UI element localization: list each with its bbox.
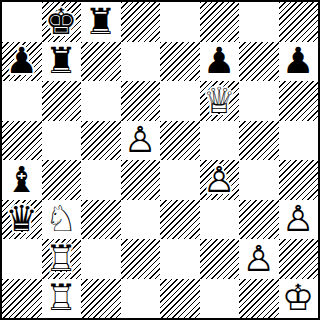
black-rook-icon: ♜ <box>42 42 82 82</box>
square-b2[interactable]: ♜♖ <box>42 239 82 279</box>
square-b4[interactable] <box>42 160 82 200</box>
square-a4[interactable]: ♝♝ <box>2 160 42 200</box>
square-h1[interactable]: ♚♔ <box>279 279 319 319</box>
square-a3[interactable]: ♛♛ <box>2 200 42 240</box>
square-h5[interactable] <box>279 121 319 161</box>
white-rook-icon: ♖ <box>42 279 82 319</box>
square-h4[interactable] <box>279 160 319 200</box>
square-f1[interactable] <box>200 279 240 319</box>
square-d1[interactable] <box>121 279 161 319</box>
square-d7[interactable] <box>121 42 161 82</box>
square-h8[interactable] <box>279 2 319 42</box>
square-d8[interactable] <box>121 2 161 42</box>
chess-board: ♚♚♜♜♟♟♜♜♟♟♟♟♛♕♟♙♝♝♟♙♛♛♞♘♟♙♜♖♟♙♜♖♚♔ <box>0 0 320 320</box>
square-f4[interactable]: ♟♙ <box>200 160 240 200</box>
square-e8[interactable] <box>160 2 200 42</box>
square-h6[interactable] <box>279 81 319 121</box>
square-b6[interactable] <box>42 81 82 121</box>
square-c3[interactable] <box>81 200 121 240</box>
square-c5[interactable] <box>81 121 121 161</box>
square-g7[interactable] <box>239 42 279 82</box>
square-d2[interactable] <box>121 239 161 279</box>
square-d3[interactable] <box>121 200 161 240</box>
white-knight-icon: ♘ <box>42 200 82 240</box>
square-b1[interactable]: ♜♖ <box>42 279 82 319</box>
square-a2[interactable] <box>2 239 42 279</box>
white-pawn-icon: ♙ <box>279 200 319 240</box>
square-e5[interactable] <box>160 121 200 161</box>
square-e6[interactable] <box>160 81 200 121</box>
square-g5[interactable] <box>239 121 279 161</box>
square-e7[interactable] <box>160 42 200 82</box>
square-h7[interactable]: ♟♟ <box>279 42 319 82</box>
square-g1[interactable] <box>239 279 279 319</box>
square-h2[interactable] <box>279 239 319 279</box>
square-f3[interactable] <box>200 200 240 240</box>
black-pawn-icon: ♟ <box>200 42 240 82</box>
square-g3[interactable] <box>239 200 279 240</box>
square-a7[interactable]: ♟♟ <box>2 42 42 82</box>
square-c2[interactable] <box>81 239 121 279</box>
square-e4[interactable] <box>160 160 200 200</box>
black-rook-icon: ♜ <box>81 2 121 42</box>
square-a8[interactable] <box>2 2 42 42</box>
square-c7[interactable] <box>81 42 121 82</box>
square-g4[interactable] <box>239 160 279 200</box>
square-d5[interactable]: ♟♙ <box>121 121 161 161</box>
white-pawn-icon: ♙ <box>121 121 161 161</box>
white-pawn-icon: ♙ <box>239 239 279 279</box>
square-c8[interactable]: ♜♜ <box>81 2 121 42</box>
square-c1[interactable] <box>81 279 121 319</box>
square-c6[interactable] <box>81 81 121 121</box>
square-b5[interactable] <box>42 121 82 161</box>
square-d4[interactable] <box>121 160 161 200</box>
black-queen-icon: ♛ <box>2 200 42 240</box>
white-pawn-icon: ♙ <box>200 160 240 200</box>
square-b8[interactable]: ♚♚ <box>42 2 82 42</box>
square-f7[interactable]: ♟♟ <box>200 42 240 82</box>
black-king-icon: ♚ <box>42 2 82 42</box>
square-g8[interactable] <box>239 2 279 42</box>
square-a6[interactable] <box>2 81 42 121</box>
square-e2[interactable] <box>160 239 200 279</box>
square-f6[interactable]: ♛♕ <box>200 81 240 121</box>
white-king-icon: ♔ <box>279 279 319 319</box>
white-queen-icon: ♕ <box>200 81 240 121</box>
square-f8[interactable] <box>200 2 240 42</box>
square-a1[interactable] <box>2 279 42 319</box>
white-rook-icon: ♖ <box>42 239 82 279</box>
black-pawn-icon: ♟ <box>279 42 319 82</box>
square-e3[interactable] <box>160 200 200 240</box>
square-b3[interactable]: ♞♘ <box>42 200 82 240</box>
square-c4[interactable] <box>81 160 121 200</box>
square-e1[interactable] <box>160 279 200 319</box>
square-g6[interactable] <box>239 81 279 121</box>
square-a5[interactable] <box>2 121 42 161</box>
black-pawn-icon: ♟ <box>2 42 42 82</box>
square-f5[interactable] <box>200 121 240 161</box>
black-bishop-icon: ♝ <box>2 160 42 200</box>
square-d6[interactable] <box>121 81 161 121</box>
square-b7[interactable]: ♜♜ <box>42 42 82 82</box>
square-g2[interactable]: ♟♙ <box>239 239 279 279</box>
square-f2[interactable] <box>200 239 240 279</box>
square-h3[interactable]: ♟♙ <box>279 200 319 240</box>
